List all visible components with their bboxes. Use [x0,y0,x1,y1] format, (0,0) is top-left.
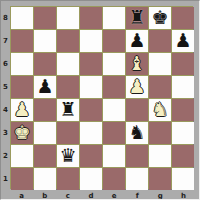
square-g1[interactable] [149,168,171,190]
file-label-h: h [172,191,195,200]
square-d2[interactable] [80,145,102,167]
square-f7[interactable]: ♟ [126,30,148,52]
square-g4[interactable]: ♞ [149,99,171,121]
square-g5[interactable] [149,76,171,98]
piece-black-pawn: ♟ [128,31,145,50]
square-d8[interactable] [80,7,102,29]
file-label-g: g [149,191,172,200]
file-labels: abcdefgh [10,191,195,200]
square-h6[interactable] [172,53,194,75]
square-h4[interactable] [172,99,194,121]
file-label-a: a [10,191,33,200]
square-b1[interactable] [34,168,56,190]
square-b3[interactable] [34,122,56,144]
square-e4[interactable] [103,99,125,121]
square-c1[interactable] [57,168,79,190]
piece-white-bishop: ♝ [128,54,145,73]
square-h5[interactable] [172,76,194,98]
rank-label-5: 5 [1,75,10,98]
square-g2[interactable] [149,145,171,167]
square-e1[interactable] [103,168,125,190]
square-c4[interactable]: ♜ [57,99,79,121]
square-b5[interactable]: ♟ [34,76,56,98]
square-c7[interactable] [57,30,79,52]
chess-board-panel: 87654321 ♜♚♟♟♝♟♟♟♜♞♚♞♛ abcdefgh [0,0,200,200]
piece-black-pawn: ♟ [174,31,191,50]
square-a6[interactable] [11,53,33,75]
square-e6[interactable] [103,53,125,75]
square-a7[interactable] [11,30,33,52]
piece-white-pawn: ♟ [13,100,30,119]
square-f8[interactable]: ♜ [126,7,148,29]
piece-black-queen: ♛ [59,146,76,165]
square-e3[interactable] [103,122,125,144]
file-label-b: b [33,191,56,200]
square-d6[interactable] [80,53,102,75]
square-b2[interactable] [34,145,56,167]
square-f5[interactable]: ♟ [126,76,148,98]
square-a2[interactable] [11,145,33,167]
square-h8[interactable] [172,7,194,29]
square-h3[interactable] [172,122,194,144]
piece-black-pawn: ♟ [36,77,53,96]
square-c5[interactable] [57,76,79,98]
square-e2[interactable] [103,145,125,167]
square-a3[interactable]: ♚ [11,122,33,144]
square-a5[interactable] [11,76,33,98]
piece-white-king: ♚ [13,123,30,142]
piece-black-rook: ♜ [128,8,145,27]
square-d7[interactable] [80,30,102,52]
square-h2[interactable] [172,145,194,167]
rank-label-3: 3 [1,122,10,145]
square-a1[interactable] [11,168,33,190]
square-h1[interactable] [172,168,194,190]
file-label-f: f [126,191,149,200]
piece-black-king: ♚ [151,8,168,27]
square-b4[interactable] [34,99,56,121]
square-c3[interactable] [57,122,79,144]
square-b7[interactable] [34,30,56,52]
piece-white-pawn: ♟ [128,77,145,96]
square-g3[interactable] [149,122,171,144]
file-label-d: d [79,191,102,200]
square-e5[interactable] [103,76,125,98]
square-d5[interactable] [80,76,102,98]
rank-label-6: 6 [1,52,10,75]
square-d3[interactable] [80,122,102,144]
square-f6[interactable]: ♝ [126,53,148,75]
rank-label-8: 8 [1,6,10,29]
rank-label-7: 7 [1,29,10,52]
file-label-e: e [103,191,126,200]
file-label-c: c [56,191,79,200]
square-e7[interactable] [103,30,125,52]
square-f4[interactable] [126,99,148,121]
rank-label-2: 2 [1,145,10,168]
piece-black-knight: ♞ [128,123,145,142]
square-g7[interactable] [149,30,171,52]
square-g6[interactable] [149,53,171,75]
square-f2[interactable] [126,145,148,167]
square-e8[interactable] [103,7,125,29]
square-c8[interactable] [57,7,79,29]
piece-white-knight: ♞ [151,100,168,119]
square-a8[interactable] [11,7,33,29]
square-f3[interactable]: ♞ [126,122,148,144]
square-g8[interactable]: ♚ [149,7,171,29]
square-b8[interactable] [34,7,56,29]
rank-label-1: 1 [1,168,10,191]
square-c2[interactable]: ♛ [57,145,79,167]
square-d4[interactable] [80,99,102,121]
square-d1[interactable] [80,168,102,190]
square-b6[interactable] [34,53,56,75]
square-f1[interactable] [126,168,148,190]
rank-labels: 87654321 [1,6,10,191]
rank-label-4: 4 [1,99,10,122]
chess-board[interactable]: ♜♚♟♟♝♟♟♟♜♞♚♞♛ [10,6,193,189]
square-a4[interactable]: ♟ [11,99,33,121]
piece-black-rook: ♜ [59,100,76,119]
square-h7[interactable]: ♟ [172,30,194,52]
square-c6[interactable] [57,53,79,75]
